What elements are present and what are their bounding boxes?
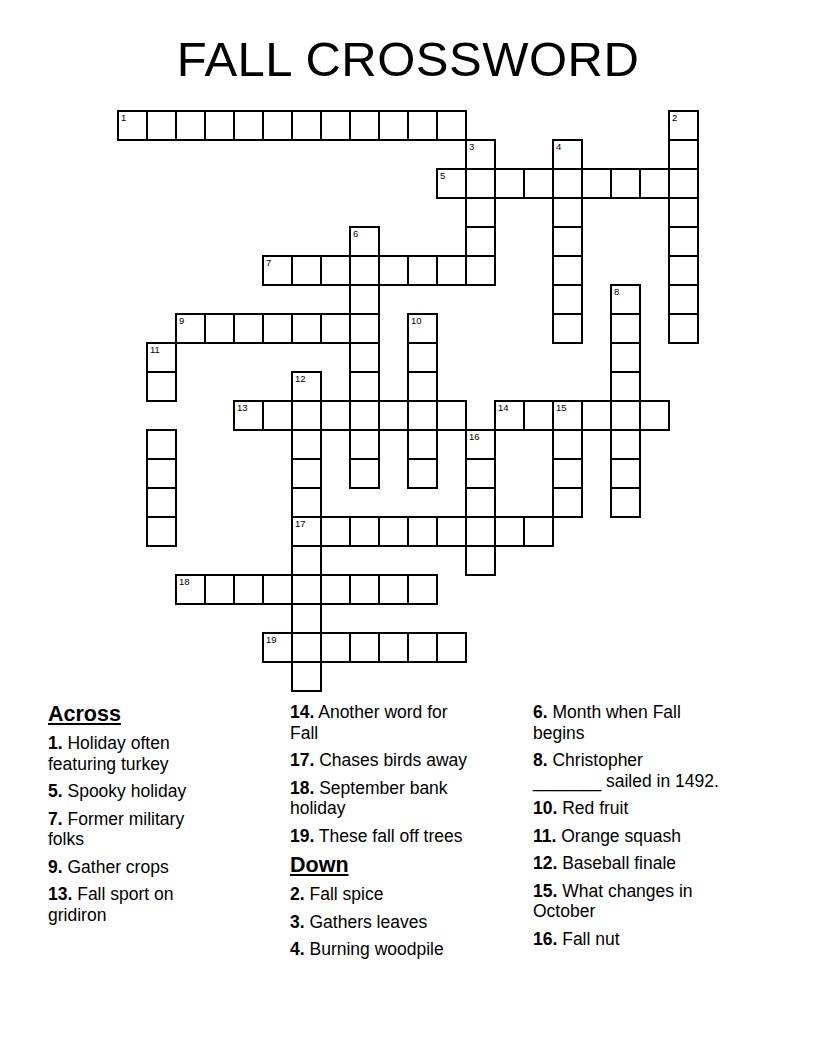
clue-number-label-12: 12 — [295, 373, 306, 384]
clue-number: 8. — [533, 750, 548, 770]
grid-cell-r16c8[interactable] — [349, 574, 380, 605]
clue-number-label-8: 8 — [614, 286, 619, 297]
grid-cell-r3c12[interactable] — [465, 197, 496, 228]
clue-item-3: 3. Gathers leaves — [290, 912, 512, 933]
grid-cell-r14c9[interactable] — [378, 516, 409, 547]
clue-item-17: 17. Chases birds away — [290, 750, 512, 771]
clue-text: Christopher _______ sailed in 1492. — [533, 750, 719, 791]
grid-cell-r0c5[interactable] — [262, 110, 293, 141]
clue-column-3: 6. Month when Fall begins8. Christopher … — [533, 702, 771, 956]
grid-cell-r12c8[interactable] — [349, 458, 380, 489]
grid-cell-r5c19[interactable] — [668, 255, 699, 286]
grid-cell-r6c15[interactable] — [552, 284, 583, 315]
clue-text: These fall off trees — [314, 826, 462, 846]
grid-cell-r2c17[interactable] — [610, 168, 641, 199]
clue-text: What changes in October — [533, 881, 693, 922]
grid-cell-r11c1[interactable] — [146, 429, 177, 460]
grid-cell-r18c8[interactable] — [349, 632, 380, 663]
grid-cell-r14c8[interactable] — [349, 516, 380, 547]
grid-cell-r16c7[interactable] — [320, 574, 351, 605]
grid-cell-r1c15[interactable]: 4 — [552, 139, 583, 170]
clue-item-7: 7. Former military folks — [48, 809, 258, 850]
grid-cell-r0c7[interactable] — [320, 110, 351, 141]
grid-cell-r10c4[interactable]: 13 — [233, 400, 264, 431]
grid-cell-r0c9[interactable] — [378, 110, 409, 141]
grid-cell-r2c13[interactable] — [494, 168, 525, 199]
clue-number-label-4: 4 — [556, 141, 561, 152]
grid-cell-r5c11[interactable] — [436, 255, 467, 286]
grid-cell-r0c3[interactable] — [204, 110, 235, 141]
grid-cell-r7c15[interactable] — [552, 313, 583, 344]
grid-cell-r13c15[interactable] — [552, 487, 583, 518]
clue-item-12: 12. Baseball finale — [533, 853, 771, 874]
grid-cell-r0c2[interactable] — [175, 110, 206, 141]
grid-cell-r5c10[interactable] — [407, 255, 438, 286]
grid-cell-r2c15[interactable] — [552, 168, 583, 199]
grid-cell-r16c3[interactable] — [204, 574, 235, 605]
grid-cell-r3c19[interactable] — [668, 197, 699, 228]
across-header: Across — [48, 702, 258, 726]
grid-cell-r5c15[interactable] — [552, 255, 583, 286]
grid-cell-r11c17[interactable] — [610, 429, 641, 460]
grid-cell-r7c3[interactable] — [204, 313, 235, 344]
grid-cell-r0c11[interactable] — [436, 110, 467, 141]
clue-number: 12. — [533, 853, 557, 873]
clue-number-label-13: 13 — [237, 402, 248, 413]
clue-number: 18. — [290, 778, 314, 798]
clue-item-13: 13. Fall sport on gridiron — [48, 884, 258, 925]
grid-cell-r18c9[interactable] — [378, 632, 409, 663]
grid-cell-r16c2[interactable]: 18 — [175, 574, 206, 605]
clue-text: Baseball finale — [557, 853, 676, 873]
grid-cell-r10c13[interactable]: 14 — [494, 400, 525, 431]
clue-text: Former military folks — [48, 809, 184, 850]
grid-cell-r10c15[interactable]: 15 — [552, 400, 583, 431]
clue-number-label-18: 18 — [179, 576, 190, 587]
clue-column-1: Across1. Holiday often featuring turkey5… — [48, 702, 258, 932]
grid-cell-r2c11[interactable]: 5 — [436, 168, 467, 199]
clue-number-label-1: 1 — [121, 112, 126, 123]
clue-number: 15. — [533, 881, 557, 901]
grid-cell-r11c10[interactable] — [407, 429, 438, 460]
grid-cell-r14c10[interactable] — [407, 516, 438, 547]
grid-cell-r5c6[interactable] — [291, 255, 322, 286]
grid-cell-r0c8[interactable] — [349, 110, 380, 141]
clue-number: 1. — [48, 733, 63, 753]
grid-cell-r9c17[interactable] — [610, 371, 641, 402]
clue-number-label-16: 16 — [469, 431, 480, 442]
clue-number-label-17: 17 — [295, 518, 306, 529]
grid-cell-r14c13[interactable] — [494, 516, 525, 547]
crossword-grid: 12345678910111213141516171819 — [117, 110, 699, 692]
grid-cell-r11c12[interactable]: 16 — [465, 429, 496, 460]
grid-cell-r10c14[interactable] — [523, 400, 554, 431]
clue-text: Red fruit — [557, 798, 628, 818]
grid-cell-r7c2[interactable]: 9 — [175, 313, 206, 344]
grid-cell-r5c7[interactable] — [320, 255, 351, 286]
clue-number: 5. — [48, 781, 63, 801]
grid-cell-r4c12[interactable] — [465, 226, 496, 257]
grid-cell-r5c9[interactable] — [378, 255, 409, 286]
grid-cell-r6c17[interactable]: 8 — [610, 284, 641, 315]
grid-cell-r2c12[interactable] — [465, 168, 496, 199]
clue-item-5: 5. Spooky holiday — [48, 781, 258, 802]
grid-cell-r12c17[interactable] — [610, 458, 641, 489]
clue-item-19: 19. These fall off trees — [290, 826, 512, 847]
clue-item-14: 14. Another word for Fall — [290, 702, 512, 743]
grid-cell-r19c6[interactable] — [291, 661, 322, 692]
clue-text: Month when Fall begins — [533, 702, 681, 743]
clue-item-6: 6. Month when Fall begins — [533, 702, 771, 743]
grid-cell-r1c12[interactable]: 3 — [465, 139, 496, 170]
grid-cell-r6c8[interactable] — [349, 284, 380, 315]
grid-cell-r5c12[interactable] — [465, 255, 496, 286]
clue-number: 17. — [290, 750, 314, 770]
clue-number: 13. — [48, 884, 72, 904]
grid-cell-r13c12[interactable] — [465, 487, 496, 518]
clue-text: Spooky holiday — [63, 781, 187, 801]
clue-item-2: 2. Fall spice — [290, 884, 512, 905]
page-title: FALL CROSSWORD — [0, 33, 816, 87]
grid-cell-r11c8[interactable] — [349, 429, 380, 460]
clue-item-4: 4. Burning woodpile — [290, 939, 512, 960]
grid-cell-r2c18[interactable] — [639, 168, 670, 199]
grid-cell-r7c4[interactable] — [233, 313, 264, 344]
grid-cell-r7c5[interactable] — [262, 313, 293, 344]
grid-cell-r10c17[interactable] — [610, 400, 641, 431]
clue-number-label-19: 19 — [266, 634, 277, 645]
grid-cell-r2c19[interactable] — [668, 168, 699, 199]
grid-cell-r14c6[interactable]: 17 — [291, 516, 322, 547]
grid-cell-r18c7[interactable] — [320, 632, 351, 663]
clue-text: Another word for Fall — [290, 702, 448, 743]
clue-text: Holiday often featuring turkey — [48, 733, 170, 774]
clue-text: Fall spice — [305, 884, 384, 904]
grid-cell-r4c19[interactable] — [668, 226, 699, 257]
grid-cell-r0c19[interactable]: 2 — [668, 110, 699, 141]
grid-cell-r7c10[interactable]: 10 — [407, 313, 438, 344]
clue-item-8: 8. Christopher _______ sailed in 1492. — [533, 750, 771, 791]
grid-cell-r4c15[interactable] — [552, 226, 583, 257]
grid-cell-r0c0[interactable]: 1 — [117, 110, 148, 141]
grid-cell-r13c17[interactable] — [610, 487, 641, 518]
grid-cell-r10c5[interactable] — [262, 400, 293, 431]
grid-cell-r14c12[interactable] — [465, 516, 496, 547]
grid-cell-r8c8[interactable] — [349, 342, 380, 373]
clue-item-18: 18. September bank holiday — [290, 778, 512, 819]
grid-cell-r16c9[interactable] — [378, 574, 409, 605]
grid-cell-r9c6[interactable]: 12 — [291, 371, 322, 402]
grid-cell-r10c16[interactable] — [581, 400, 612, 431]
grid-cell-r12c6[interactable] — [291, 458, 322, 489]
grid-cell-r18c5[interactable]: 19 — [262, 632, 293, 663]
grid-cell-r12c12[interactable] — [465, 458, 496, 489]
grid-cell-r6c19[interactable] — [668, 284, 699, 315]
clue-number: 14. — [290, 702, 314, 722]
grid-cell-r18c10[interactable] — [407, 632, 438, 663]
clue-item-11: 11. Orange squash — [533, 826, 771, 847]
grid-cell-r8c17[interactable] — [610, 342, 641, 373]
clue-number-label-7: 7 — [266, 257, 271, 268]
grid-cell-r2c14[interactable] — [523, 168, 554, 199]
grid-cell-r16c10[interactable] — [407, 574, 438, 605]
grid-cell-r13c1[interactable] — [146, 487, 177, 518]
grid-cell-r14c14[interactable] — [523, 516, 554, 547]
grid-cell-r16c6[interactable] — [291, 574, 322, 605]
grid-cell-r8c10[interactable] — [407, 342, 438, 373]
crossword-page: FALL CROSSWORD 1234567891011121314151617… — [0, 0, 816, 1056]
grid-cell-r9c1[interactable] — [146, 371, 177, 402]
grid-cell-r4c8[interactable]: 6 — [349, 226, 380, 257]
grid-cell-r13c6[interactable] — [291, 487, 322, 518]
clue-item-16: 16. Fall nut — [533, 929, 771, 950]
grid-cell-r9c8[interactable] — [349, 371, 380, 402]
clue-number-label-3: 3 — [469, 141, 474, 152]
clue-number-label-10: 10 — [411, 315, 422, 326]
grid-cell-r10c9[interactable] — [378, 400, 409, 431]
grid-cell-r18c11[interactable] — [436, 632, 467, 663]
clue-number: 3. — [290, 912, 305, 932]
grid-cell-r15c12[interactable] — [465, 545, 496, 576]
grid-cell-r16c5[interactable] — [262, 574, 293, 605]
grid-cell-r2c16[interactable] — [581, 168, 612, 199]
grid-cell-r10c11[interactable] — [436, 400, 467, 431]
grid-cell-r14c1[interactable] — [146, 516, 177, 547]
clue-column-2: 14. Another word for Fall17. Chases bird… — [290, 702, 512, 967]
clue-number: 10. — [533, 798, 557, 818]
grid-cell-r5c8[interactable] — [349, 255, 380, 286]
clue-number-label-5: 5 — [440, 170, 445, 181]
grid-cell-r10c7[interactable] — [320, 400, 351, 431]
clue-number: 6. — [533, 702, 548, 722]
clue-text: Burning woodpile — [305, 939, 444, 959]
clue-number: 9. — [48, 857, 63, 877]
clue-text: September bank holiday — [290, 778, 448, 819]
grid-cell-r7c17[interactable] — [610, 313, 641, 344]
clue-item-15: 15. What changes in October — [533, 881, 771, 922]
grid-cell-r8c1[interactable]: 11 — [146, 342, 177, 373]
clue-number-label-15: 15 — [556, 402, 567, 413]
grid-cell-r5c5[interactable]: 7 — [262, 255, 293, 286]
grid-cell-r11c15[interactable] — [552, 429, 583, 460]
grid-cell-r16c4[interactable] — [233, 574, 264, 605]
clue-text: Gather crops — [63, 857, 169, 877]
grid-cell-r14c7[interactable] — [320, 516, 351, 547]
grid-cell-r7c7[interactable] — [320, 313, 351, 344]
grid-cell-r17c6[interactable] — [291, 603, 322, 634]
grid-cell-r7c8[interactable] — [349, 313, 380, 344]
grid-cell-r0c4[interactable] — [233, 110, 264, 141]
clue-number-label-14: 14 — [498, 402, 509, 413]
grid-cell-r12c10[interactable] — [407, 458, 438, 489]
down-header: Down — [290, 853, 512, 877]
clue-text: Orange squash — [556, 826, 681, 846]
grid-cell-r0c6[interactable] — [291, 110, 322, 141]
grid-cell-r12c1[interactable] — [146, 458, 177, 489]
grid-cell-r15c6[interactable] — [291, 545, 322, 576]
clue-text: Fall nut — [557, 929, 619, 949]
grid-cell-r10c8[interactable] — [349, 400, 380, 431]
grid-cell-r3c15[interactable] — [552, 197, 583, 228]
clue-number: 19. — [290, 826, 314, 846]
grid-cell-r10c18[interactable] — [639, 400, 670, 431]
clue-number: 4. — [290, 939, 305, 959]
clue-number: 7. — [48, 809, 63, 829]
grid-cell-r7c19[interactable] — [668, 313, 699, 344]
grid-cell-r0c10[interactable] — [407, 110, 438, 141]
grid-cell-r14c11[interactable] — [436, 516, 467, 547]
clue-number: 2. — [290, 884, 305, 904]
clue-item-10: 10. Red fruit — [533, 798, 771, 819]
grid-cell-r0c1[interactable] — [146, 110, 177, 141]
clue-text: Gathers leaves — [305, 912, 428, 932]
clue-item-1: 1. Holiday often featuring turkey — [48, 733, 258, 774]
grid-cell-r12c15[interactable] — [552, 458, 583, 489]
grid-cell-r10c6[interactable] — [291, 400, 322, 431]
grid-cell-r10c10[interactable] — [407, 400, 438, 431]
grid-cell-r1c19[interactable] — [668, 139, 699, 170]
clue-number: 16. — [533, 929, 557, 949]
grid-cell-r9c10[interactable] — [407, 371, 438, 402]
clue-number-label-6: 6 — [353, 228, 358, 239]
clue-item-9: 9. Gather crops — [48, 857, 258, 878]
grid-cell-r7c6[interactable] — [291, 313, 322, 344]
clue-number-label-11: 11 — [150, 344, 160, 355]
clue-number-label-2: 2 — [672, 112, 677, 123]
clue-number: 11. — [533, 826, 556, 846]
grid-cell-r11c6[interactable] — [291, 429, 322, 460]
clue-text: Chases birds away — [314, 750, 467, 770]
clue-number-label-9: 9 — [179, 315, 184, 326]
grid-cell-r18c6[interactable] — [291, 632, 322, 663]
